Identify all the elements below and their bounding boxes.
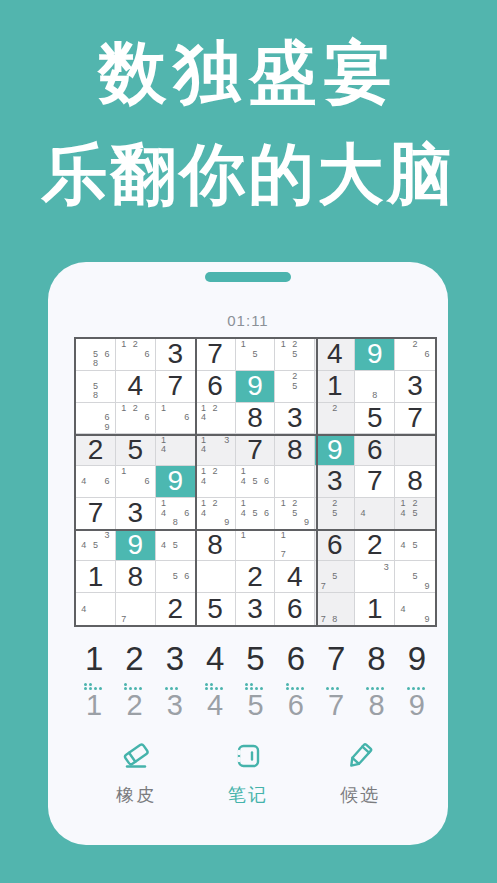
cell-r7c6[interactable]: 17 [275,530,315,562]
cell-r3c4[interactable]: 124 [196,403,236,435]
numpad-digit-8[interactable]: 8 [356,640,396,690]
cell-r4c5[interactable]: 7 [236,434,276,466]
numpad-note-row: 123456789 [74,690,437,720]
notes-icon [230,738,266,778]
cell-r8c5[interactable]: 2 [236,561,276,593]
notepad-digit-5[interactable]: 5 [235,690,275,720]
cell-r9c5[interactable]: 3 [236,593,276,625]
numpad-digit-2[interactable]: 2 [114,640,154,690]
cell-r8c2[interactable]: 8 [116,561,156,593]
headline-line2: 乐翻你的大脑 [0,130,497,220]
cell-r9c6[interactable]: 6 [275,593,315,625]
numpad-digit-1[interactable]: 1 [74,640,114,690]
eraser-button[interactable]: 橡皮 [100,738,172,807]
cell-r5c8[interactable]: 7 [355,466,395,498]
cell-r6c9[interactable]: 1245 [395,498,435,530]
notepad-digit-3[interactable]: 3 [155,690,195,720]
notepad-digit-2[interactable]: 2 [114,690,154,720]
cell-r7c8[interactable]: 2 [355,530,395,562]
cell-r5c5[interactable]: 1456 [236,466,276,498]
cell-r4c2[interactable]: 5 [116,434,156,466]
cell-r4c6[interactable]: 8 [275,434,315,466]
sudoku-board: 5681263715125492658476925183691261612483… [74,337,437,627]
cell-r5c4[interactable]: 124 [196,466,236,498]
cell-r6c8[interactable]: 4 [355,498,395,530]
cell-r6c7[interactable]: 25 [315,498,355,530]
cell-r4c3[interactable]: 14 [156,434,196,466]
cell-r7c4[interactable]: 8 [196,530,236,562]
cell-r8c4[interactable] [196,561,236,593]
toolbar: 橡皮 笔记 [48,738,448,807]
cell-r9c7[interactable]: 78 [315,593,355,625]
cell-r1c3[interactable]: 3 [156,339,196,371]
cell-r1c5[interactable]: 15 [236,339,276,371]
cell-r2c5[interactable]: 9 [236,371,276,403]
cell-r1c7[interactable]: 4 [315,339,355,371]
cell-r7c3[interactable]: 45 [156,530,196,562]
cell-r5c3[interactable]: 9 [156,466,196,498]
cell-r3c5[interactable]: 8 [236,403,276,435]
eraser-label: 橡皮 [116,783,156,807]
cell-r6c1[interactable]: 7 [76,498,116,530]
cell-r2c1[interactable]: 58 [76,371,116,403]
numpad-main-row: 123456789 [74,640,437,690]
block-grid-line [316,339,318,625]
cell-r6c5[interactable]: 1456 [236,498,276,530]
phone-card: 01:11 5681263715125492658476925183691261… [48,262,448,845]
headline-line1: 数独盛宴 [0,28,497,119]
eraser-icon [118,738,154,778]
cell-r3c6[interactable]: 3 [275,403,315,435]
cell-r3c8[interactable]: 5 [355,403,395,435]
cell-r4c4[interactable]: 134 [196,434,236,466]
candidates-label: 候选 [340,783,380,807]
numpad-digit-6[interactable]: 6 [276,640,316,690]
cell-r4c9[interactable] [395,434,435,466]
candidates-button[interactable]: 候选 [324,738,396,807]
cell-r3c9[interactable]: 7 [395,403,435,435]
cell-r5c2[interactable]: 16 [116,466,156,498]
cell-r7c2[interactable]: 9 [116,530,156,562]
cell-r7c1[interactable]: 345 [76,530,116,562]
cell-r1c6[interactable]: 125 [275,339,315,371]
app-background: { "game": "sudoku", "header": { "line1":… [0,0,497,883]
numpad-digit-5[interactable]: 5 [235,640,275,690]
cell-r9c4[interactable]: 5 [196,593,236,625]
cell-r4c8[interactable]: 6 [355,434,395,466]
cell-r8c1[interactable]: 1 [76,561,116,593]
cell-r9c2[interactable]: 7 [116,593,156,625]
cell-r1c8[interactable]: 9 [355,339,395,371]
cell-r3c7[interactable]: 2 [315,403,355,435]
notes-button[interactable]: 笔记 [212,738,284,807]
cell-r7c7[interactable]: 6 [315,530,355,562]
block-grid-line [76,529,435,531]
cell-r5c1[interactable]: 46 [76,466,116,498]
notepad-digit-9[interactable]: 9 [397,690,437,720]
cell-r8c3[interactable]: 56 [156,561,196,593]
cell-r1c9[interactable]: 26 [395,339,435,371]
numpad-digit-4[interactable]: 4 [195,640,235,690]
speaker-notch [205,272,291,282]
cell-r2c4[interactable]: 6 [196,371,236,403]
cell-r6c2[interactable]: 3 [116,498,156,530]
numpad-digit-9[interactable]: 9 [397,640,437,690]
cell-r3c1[interactable]: 69 [76,403,116,435]
cell-r1c4[interactable]: 7 [196,339,236,371]
notepad-digit-4[interactable]: 4 [195,690,235,720]
cell-r5c6[interactable] [275,466,315,498]
pencil-icon [342,738,378,778]
cell-r2c9[interactable]: 3 [395,371,435,403]
cell-r1c2[interactable]: 126 [116,339,156,371]
cell-r9c8[interactable]: 1 [355,593,395,625]
cell-r5c9[interactable]: 8 [395,466,435,498]
cell-r8c8[interactable]: 3 [355,561,395,593]
cell-r8c7[interactable]: 57 [315,561,355,593]
cell-r9c3[interactable]: 2 [156,593,196,625]
cell-r6c3[interactable]: 1468 [156,498,196,530]
cell-r2c3[interactable]: 7 [156,371,196,403]
notepad-digit-7[interactable]: 7 [316,690,356,720]
notepad-digit-8[interactable]: 8 [356,690,396,720]
cell-r9c1[interactable]: 4 [76,593,116,625]
block-grid-line [76,434,435,436]
cell-r1c1[interactable]: 568 [76,339,116,371]
cell-r8c6[interactable]: 4 [275,561,315,593]
cell-r3c2[interactable]: 126 [116,403,156,435]
cell-r2c7[interactable]: 1 [315,371,355,403]
cell-r6c4[interactable]: 1249 [196,498,236,530]
notes-label: 笔记 [228,783,268,807]
cell-r4c1[interactable]: 2 [76,434,116,466]
cell-r6c6[interactable]: 1259 [275,498,315,530]
notepad-digit-6[interactable]: 6 [276,690,316,720]
cell-r2c2[interactable]: 4 [116,371,156,403]
cell-r7c5[interactable]: 1 [236,530,276,562]
block-grid-line [195,339,197,625]
cell-r7c9[interactable]: 45 [395,530,435,562]
cell-r5c7[interactable]: 3 [315,466,355,498]
cell-r2c6[interactable]: 25 [275,371,315,403]
numpad-digit-3[interactable]: 3 [155,640,195,690]
cell-r8c9[interactable]: 59 [395,561,435,593]
cell-r3c3[interactable]: 16 [156,403,196,435]
cell-r9c9[interactable]: 49 [395,593,435,625]
cell-r4c7[interactable]: 9 [315,434,355,466]
cell-r2c8[interactable]: 8 [355,371,395,403]
game-timer: 01:11 [48,312,448,329]
numpad-digit-7[interactable]: 7 [316,640,356,690]
notepad-digit-1[interactable]: 1 [74,690,114,720]
